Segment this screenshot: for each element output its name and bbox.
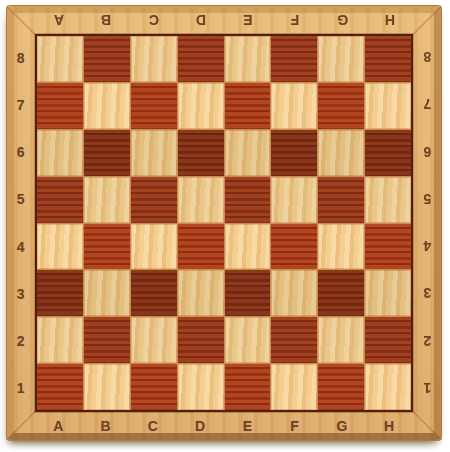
rank-label-left-6: 6 bbox=[7, 129, 35, 176]
square-h3 bbox=[365, 270, 411, 316]
rank-label-right-3: 3 bbox=[413, 270, 441, 317]
file-label-bottom-g: G bbox=[319, 412, 366, 440]
file-label-bottom-c: C bbox=[130, 412, 177, 440]
file-label-top-f: F bbox=[271, 6, 318, 34]
rank-label-left-8: 8 bbox=[7, 34, 35, 81]
rank-label-left-4: 4 bbox=[7, 223, 35, 270]
miter-seam-top-left bbox=[7, 6, 36, 35]
miter-seam-top-right bbox=[413, 6, 442, 35]
square-g8 bbox=[318, 36, 364, 82]
square-a7 bbox=[37, 83, 83, 129]
rank-label-right-2: 2 bbox=[413, 318, 441, 365]
square-b1 bbox=[84, 364, 130, 410]
square-a3 bbox=[37, 270, 83, 316]
rank-label-right-5: 5 bbox=[413, 176, 441, 223]
square-b2 bbox=[84, 317, 130, 363]
square-e8 bbox=[225, 36, 271, 82]
square-h8 bbox=[365, 36, 411, 82]
playing-area bbox=[35, 34, 413, 412]
file-label-top-e: E bbox=[224, 6, 271, 34]
square-e3 bbox=[225, 270, 271, 316]
square-b4 bbox=[84, 224, 130, 270]
square-b6 bbox=[84, 130, 130, 176]
file-label-bottom-a: A bbox=[35, 412, 82, 440]
square-c3 bbox=[131, 270, 177, 316]
file-labels-top: ABCDEFGH bbox=[35, 6, 413, 34]
square-c5 bbox=[131, 177, 177, 223]
square-h6 bbox=[365, 130, 411, 176]
file-label-top-d: D bbox=[177, 6, 224, 34]
square-h2 bbox=[365, 317, 411, 363]
file-label-top-a: A bbox=[35, 6, 82, 34]
square-a5 bbox=[37, 177, 83, 223]
rank-label-left-5: 5 bbox=[7, 176, 35, 223]
square-c8 bbox=[131, 36, 177, 82]
rank-label-right-8: 8 bbox=[413, 34, 441, 81]
square-d6 bbox=[178, 130, 224, 176]
square-e2 bbox=[225, 317, 271, 363]
square-g1 bbox=[318, 364, 364, 410]
rank-label-right-7: 7 bbox=[413, 81, 441, 128]
square-c7 bbox=[131, 83, 177, 129]
square-e4 bbox=[225, 224, 271, 270]
miter-seam-bottom-right bbox=[413, 411, 442, 440]
square-f7 bbox=[271, 83, 317, 129]
miter-seam-bottom-left bbox=[7, 411, 36, 440]
file-label-bottom-h: H bbox=[366, 412, 413, 440]
square-c2 bbox=[131, 317, 177, 363]
square-h4 bbox=[365, 224, 411, 270]
rank-label-left-7: 7 bbox=[7, 81, 35, 128]
square-a6 bbox=[37, 130, 83, 176]
rank-labels-left: 87654321 bbox=[7, 34, 35, 412]
rank-label-right-6: 6 bbox=[413, 129, 441, 176]
square-a4 bbox=[37, 224, 83, 270]
square-g5 bbox=[318, 177, 364, 223]
square-f3 bbox=[271, 270, 317, 316]
file-label-top-h: H bbox=[366, 6, 413, 34]
square-d7 bbox=[178, 83, 224, 129]
file-label-bottom-f: F bbox=[271, 412, 318, 440]
square-a1 bbox=[37, 364, 83, 410]
square-d2 bbox=[178, 317, 224, 363]
rank-label-left-3: 3 bbox=[7, 270, 35, 317]
square-a2 bbox=[37, 317, 83, 363]
square-g3 bbox=[318, 270, 364, 316]
square-e7 bbox=[225, 83, 271, 129]
square-h5 bbox=[365, 177, 411, 223]
rank-labels-right: 87654321 bbox=[413, 34, 441, 412]
square-b5 bbox=[84, 177, 130, 223]
file-label-bottom-e: E bbox=[224, 412, 271, 440]
square-g4 bbox=[318, 224, 364, 270]
square-f4 bbox=[271, 224, 317, 270]
rank-label-right-4: 4 bbox=[413, 223, 441, 270]
square-h1 bbox=[365, 364, 411, 410]
square-c4 bbox=[131, 224, 177, 270]
file-label-top-g: G bbox=[319, 6, 366, 34]
square-e6 bbox=[225, 130, 271, 176]
square-g6 bbox=[318, 130, 364, 176]
rank-label-left-2: 2 bbox=[7, 318, 35, 365]
square-f5 bbox=[271, 177, 317, 223]
square-d5 bbox=[178, 177, 224, 223]
square-a8 bbox=[37, 36, 83, 82]
square-d4 bbox=[178, 224, 224, 270]
square-c6 bbox=[131, 130, 177, 176]
square-d1 bbox=[178, 364, 224, 410]
square-e5 bbox=[225, 177, 271, 223]
file-labels-bottom: ABCDEFGH bbox=[35, 412, 413, 440]
photo-background: ABCDEFGH ABCDEFGH 87654321 87654321 bbox=[0, 0, 450, 452]
square-b8 bbox=[84, 36, 130, 82]
square-d3 bbox=[178, 270, 224, 316]
file-label-top-c: C bbox=[130, 6, 177, 34]
square-e1 bbox=[225, 364, 271, 410]
chess-board: ABCDEFGH ABCDEFGH 87654321 87654321 bbox=[7, 6, 441, 440]
square-g2 bbox=[318, 317, 364, 363]
file-label-bottom-b: B bbox=[82, 412, 129, 440]
square-c1 bbox=[131, 364, 177, 410]
file-label-top-b: B bbox=[82, 6, 129, 34]
square-g7 bbox=[318, 83, 364, 129]
square-f1 bbox=[271, 364, 317, 410]
square-f2 bbox=[271, 317, 317, 363]
square-f8 bbox=[271, 36, 317, 82]
square-f6 bbox=[271, 130, 317, 176]
square-h7 bbox=[365, 83, 411, 129]
square-d8 bbox=[178, 36, 224, 82]
square-b3 bbox=[84, 270, 130, 316]
rank-label-right-1: 1 bbox=[413, 365, 441, 412]
rank-label-left-1: 1 bbox=[7, 365, 35, 412]
square-b7 bbox=[84, 83, 130, 129]
file-label-bottom-d: D bbox=[177, 412, 224, 440]
